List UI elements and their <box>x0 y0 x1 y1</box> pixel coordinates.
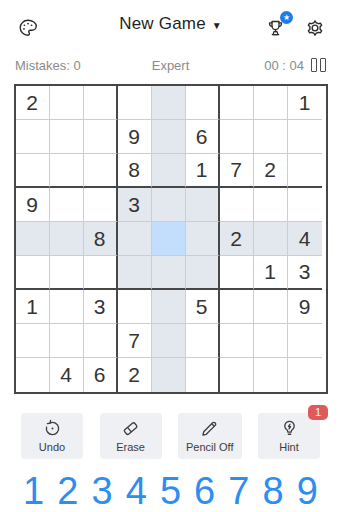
cell-r2c1[interactable] <box>16 120 50 154</box>
cell-r7c6[interactable]: 5 <box>186 290 220 324</box>
cell-r3c4[interactable]: 8 <box>118 154 152 188</box>
cell-r9c5[interactable] <box>152 358 186 392</box>
cell-r1c3[interactable] <box>84 86 118 120</box>
cell-r6c4[interactable] <box>118 256 152 290</box>
cell-r1c2[interactable] <box>50 86 84 120</box>
cell-r8c3[interactable] <box>84 324 118 358</box>
hint-button[interactable]: Hint 1 <box>258 413 320 459</box>
numpad-9-button[interactable]: 9 <box>297 472 318 510</box>
cell-r2c9[interactable] <box>288 120 322 154</box>
numpad-6-button[interactable]: 6 <box>194 472 215 510</box>
cell-r2c2[interactable] <box>50 120 84 154</box>
cell-r4c4[interactable]: 3 <box>118 188 152 222</box>
page-title: New Game <box>119 14 206 34</box>
cell-r1c8[interactable] <box>254 86 288 120</box>
cell-r5c2[interactable] <box>50 222 84 256</box>
cell-r6c3[interactable] <box>84 256 118 290</box>
cell-r8c1[interactable] <box>16 324 50 358</box>
numpad-8-button[interactable]: 8 <box>263 472 284 510</box>
cell-r5c6[interactable] <box>186 222 220 256</box>
undo-icon <box>42 418 63 439</box>
palette-icon <box>17 17 39 39</box>
cell-r9c1[interactable] <box>16 358 50 392</box>
pause-icon <box>311 58 317 72</box>
status-bar: Mistakes: 0 Expert 00 : 04 <box>0 56 341 74</box>
chevron-down-icon: ▼ <box>212 18 222 31</box>
cell-r6c9[interactable]: 3 <box>288 256 322 290</box>
settings-button[interactable] <box>303 16 327 40</box>
cell-r1c5[interactable] <box>152 86 186 120</box>
cell-r3c1[interactable] <box>16 154 50 188</box>
erase-label: Erase <box>116 441 145 453</box>
cell-r5c8[interactable] <box>254 222 288 256</box>
timer: 00 : 04 <box>264 58 304 73</box>
cell-r3c8[interactable]: 2 <box>254 154 288 188</box>
toolbar: Undo Erase Pencil Off <box>0 413 341 459</box>
difficulty-label: Expert <box>152 58 190 73</box>
theme-palette-button[interactable] <box>16 16 40 40</box>
cell-r3c3[interactable] <box>84 154 118 188</box>
cell-r7c3[interactable]: 3 <box>84 290 118 324</box>
trophy-button[interactable]: ★ <box>263 16 287 40</box>
header-bar: New Game ▼ ★ <box>0 0 341 44</box>
cell-r4c5[interactable] <box>152 188 186 222</box>
cell-r9c7[interactable] <box>220 358 254 392</box>
eraser-icon <box>120 418 141 439</box>
cell-r8c5[interactable] <box>152 324 186 358</box>
cell-r4c8[interactable] <box>254 188 288 222</box>
cell-r1c7[interactable] <box>220 86 254 120</box>
cell-r3c9[interactable] <box>288 154 322 188</box>
cell-r9c8[interactable] <box>254 358 288 392</box>
undo-label: Undo <box>39 441 65 453</box>
cell-r2c6[interactable]: 6 <box>186 120 220 154</box>
cell-r4c2[interactable] <box>50 188 84 222</box>
cell-r5c1[interactable] <box>16 222 50 256</box>
cell-r3c2[interactable] <box>50 154 84 188</box>
cell-r7c9[interactable]: 9 <box>288 290 322 324</box>
cell-r4c6[interactable] <box>186 188 220 222</box>
cell-r6c1[interactable] <box>16 256 50 290</box>
cell-r2c8[interactable] <box>254 120 288 154</box>
cell-r9c6[interactable] <box>186 358 220 392</box>
pause-button[interactable] <box>311 58 326 72</box>
mistakes-counter: Mistakes: 0 <box>15 58 81 73</box>
numpad-2-button[interactable]: 2 <box>57 472 78 510</box>
cell-r7c2[interactable] <box>50 290 84 324</box>
cell-r1c1[interactable]: 2 <box>16 86 50 120</box>
gear-icon <box>304 17 326 39</box>
hint-label: Hint <box>279 441 299 453</box>
cell-r9c2[interactable]: 4 <box>50 358 84 392</box>
cell-r8c2[interactable] <box>50 324 84 358</box>
numpad-1-button[interactable]: 1 <box>23 472 44 510</box>
hint-count-badge: 1 <box>308 405 328 420</box>
pencil-icon <box>199 418 220 439</box>
cell-r5c3[interactable]: 8 <box>84 222 118 256</box>
erase-button[interactable]: Erase <box>100 413 162 459</box>
numpad-5-button[interactable]: 5 <box>160 472 181 510</box>
cell-r2c5[interactable] <box>152 120 186 154</box>
cell-r3c6[interactable]: 1 <box>186 154 220 188</box>
numpad-7-button[interactable]: 7 <box>228 472 249 510</box>
cell-r5c9[interactable]: 4 <box>288 222 322 256</box>
cell-r2c7[interactable] <box>220 120 254 154</box>
cell-r5c7[interactable]: 2 <box>220 222 254 256</box>
cell-r7c4[interactable] <box>118 290 152 324</box>
cell-r9c9[interactable] <box>288 358 322 392</box>
cell-r1c6[interactable] <box>186 86 220 120</box>
cell-r9c4[interactable]: 2 <box>118 358 152 392</box>
hint-bulb-icon <box>279 418 300 439</box>
new-game-button[interactable]: New Game ▼ <box>119 14 222 34</box>
cell-r9c3[interactable]: 6 <box>84 358 118 392</box>
number-pad: 123456789 <box>0 472 341 510</box>
cell-r7c7[interactable] <box>220 290 254 324</box>
pencil-button[interactable]: Pencil Off <box>178 413 242 459</box>
cell-r6c8[interactable]: 1 <box>254 256 288 290</box>
cell-r6c6[interactable] <box>186 256 220 290</box>
trophy-star-badge: ★ <box>280 11 293 24</box>
cell-r1c9[interactable]: 1 <box>288 86 322 120</box>
undo-button[interactable]: Undo <box>21 413 83 459</box>
pencil-label: Pencil Off <box>186 441 234 453</box>
cell-r7c1[interactable]: 1 <box>16 290 50 324</box>
cell-r6c5[interactable] <box>152 256 186 290</box>
cell-r8c6[interactable] <box>186 324 220 358</box>
cell-r1c4[interactable] <box>118 86 152 120</box>
numpad-3-button[interactable]: 3 <box>91 472 112 510</box>
cell-r8c9[interactable] <box>288 324 322 358</box>
cell-r4c1[interactable]: 9 <box>16 188 50 222</box>
sudoku-board: 21968172938241313597462 <box>14 84 328 394</box>
cell-r6c2[interactable] <box>50 256 84 290</box>
cell-r8c4[interactable]: 7 <box>118 324 152 358</box>
cell-r5c4[interactable] <box>118 222 152 256</box>
numpad-4-button[interactable]: 4 <box>126 472 147 510</box>
cell-r8c7[interactable] <box>220 324 254 358</box>
cell-r6c7[interactable] <box>220 256 254 290</box>
cell-r3c7[interactable]: 7 <box>220 154 254 188</box>
cell-r4c7[interactable] <box>220 188 254 222</box>
cell-r4c9[interactable] <box>288 188 322 222</box>
cell-r4c3[interactable] <box>84 188 118 222</box>
cell-r8c8[interactable] <box>254 324 288 358</box>
cell-r3c5[interactable] <box>152 154 186 188</box>
cell-r2c3[interactable] <box>84 120 118 154</box>
cell-r2c4[interactable]: 9 <box>118 120 152 154</box>
cell-r5c5[interactable] <box>152 222 186 256</box>
cell-r7c5[interactable] <box>152 290 186 324</box>
cell-r7c8[interactable] <box>254 290 288 324</box>
